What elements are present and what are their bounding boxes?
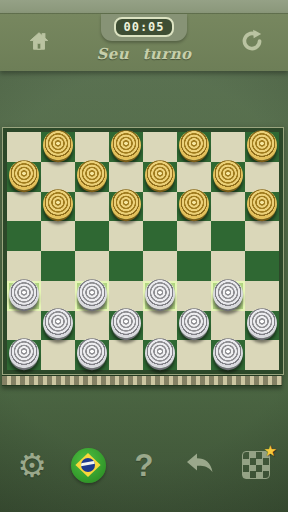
board-square bbox=[109, 340, 143, 370]
gold-piece[interactable] bbox=[247, 190, 277, 220]
board-ledge bbox=[2, 375, 282, 386]
gold-piece[interactable] bbox=[247, 130, 277, 160]
board-square[interactable] bbox=[109, 192, 143, 222]
board-square[interactable] bbox=[7, 281, 41, 311]
gold-piece[interactable] bbox=[179, 130, 209, 160]
board-square[interactable] bbox=[41, 311, 75, 341]
board-square bbox=[109, 221, 143, 251]
board-square[interactable] bbox=[143, 340, 177, 370]
board-square[interactable] bbox=[7, 162, 41, 192]
board-square[interactable] bbox=[177, 311, 211, 341]
board-square bbox=[75, 311, 109, 341]
board-square bbox=[41, 340, 75, 370]
footer-toolbar: ⚙ ? ★ bbox=[0, 438, 288, 492]
silver-piece[interactable] bbox=[77, 279, 107, 309]
game-board bbox=[7, 132, 279, 370]
top-strip bbox=[0, 0, 288, 13]
board-square bbox=[177, 281, 211, 311]
board-square[interactable] bbox=[143, 162, 177, 192]
board-square bbox=[245, 162, 279, 192]
board-square bbox=[75, 192, 109, 222]
board-square bbox=[75, 251, 109, 281]
board-square bbox=[109, 281, 143, 311]
gold-piece[interactable] bbox=[111, 130, 141, 160]
silver-piece[interactable] bbox=[9, 338, 39, 368]
gold-piece[interactable] bbox=[213, 160, 243, 190]
brazil-flag-icon bbox=[71, 448, 106, 483]
board-square[interactable] bbox=[177, 132, 211, 162]
timer-notch: 00:05 bbox=[101, 14, 187, 41]
board-square[interactable] bbox=[211, 221, 245, 251]
board-square bbox=[143, 132, 177, 162]
board-square[interactable] bbox=[41, 251, 75, 281]
silver-piece[interactable] bbox=[145, 338, 175, 368]
board-square bbox=[211, 192, 245, 222]
gold-piece[interactable] bbox=[145, 160, 175, 190]
board-theme-button[interactable]: ★ bbox=[233, 440, 279, 490]
undo-arrow-icon bbox=[184, 451, 216, 480]
board-square bbox=[109, 162, 143, 192]
help-button[interactable]: ? bbox=[121, 440, 167, 490]
board-square bbox=[211, 132, 245, 162]
board-square[interactable] bbox=[41, 132, 75, 162]
board-square[interactable] bbox=[109, 251, 143, 281]
board-square[interactable] bbox=[211, 281, 245, 311]
board-square[interactable] bbox=[109, 311, 143, 341]
silver-piece[interactable] bbox=[213, 338, 243, 368]
board-square bbox=[177, 162, 211, 192]
gold-piece[interactable] bbox=[77, 160, 107, 190]
gold-piece[interactable] bbox=[43, 190, 73, 220]
board-square bbox=[75, 132, 109, 162]
board-square bbox=[143, 192, 177, 222]
silver-piece[interactable] bbox=[213, 279, 243, 309]
gold-piece[interactable] bbox=[179, 190, 209, 220]
board-square[interactable] bbox=[7, 340, 41, 370]
star-icon: ★ bbox=[264, 442, 277, 460]
silver-piece[interactable] bbox=[145, 279, 175, 309]
board-square[interactable] bbox=[143, 281, 177, 311]
gold-piece[interactable] bbox=[111, 190, 141, 220]
silver-piece[interactable] bbox=[43, 309, 73, 339]
silver-piece[interactable] bbox=[77, 338, 107, 368]
gold-piece[interactable] bbox=[43, 130, 73, 160]
board-square bbox=[143, 251, 177, 281]
flag-globe bbox=[81, 458, 95, 472]
board-square[interactable] bbox=[109, 132, 143, 162]
board-square bbox=[41, 221, 75, 251]
gear-icon: ⚙ bbox=[17, 449, 47, 482]
silver-piece[interactable] bbox=[9, 279, 39, 309]
flag-band bbox=[81, 460, 95, 466]
board-square[interactable] bbox=[211, 340, 245, 370]
board-square bbox=[245, 340, 279, 370]
checkerboard-star-icon: ★ bbox=[242, 451, 270, 479]
undo-button[interactable] bbox=[177, 440, 223, 490]
silver-piece[interactable] bbox=[247, 309, 277, 339]
board-square[interactable] bbox=[75, 340, 109, 370]
board-frame bbox=[2, 127, 284, 375]
language-button[interactable] bbox=[65, 440, 111, 490]
board-square bbox=[177, 340, 211, 370]
board-square bbox=[211, 251, 245, 281]
board-square bbox=[7, 192, 41, 222]
header-bar: 00:05 Seu turno bbox=[0, 13, 288, 71]
board-square[interactable] bbox=[143, 221, 177, 251]
board-square bbox=[7, 311, 41, 341]
board-square bbox=[177, 221, 211, 251]
board-square[interactable] bbox=[41, 192, 75, 222]
board-square[interactable] bbox=[7, 221, 41, 251]
question-mark-icon: ? bbox=[135, 450, 154, 481]
game-screen: 00:05 Seu turno ⚙ bbox=[0, 0, 288, 512]
timer: 00:05 bbox=[114, 17, 173, 37]
board-square[interactable] bbox=[211, 162, 245, 192]
board-square bbox=[211, 311, 245, 341]
board-square bbox=[143, 311, 177, 341]
board-square[interactable] bbox=[245, 311, 279, 341]
board-square[interactable] bbox=[75, 162, 109, 192]
board-square bbox=[245, 281, 279, 311]
board-square[interactable] bbox=[75, 281, 109, 311]
silver-piece[interactable] bbox=[179, 309, 209, 339]
gold-piece[interactable] bbox=[9, 160, 39, 190]
board-square[interactable] bbox=[177, 251, 211, 281]
turn-status: Seu turno bbox=[0, 45, 288, 63]
board-square bbox=[41, 281, 75, 311]
silver-piece[interactable] bbox=[111, 309, 141, 339]
board-square[interactable] bbox=[245, 192, 279, 222]
board-square[interactable] bbox=[245, 132, 279, 162]
board-square[interactable] bbox=[177, 192, 211, 222]
board-square bbox=[245, 221, 279, 251]
board-square bbox=[7, 251, 41, 281]
board-square bbox=[7, 132, 41, 162]
board-square[interactable] bbox=[245, 251, 279, 281]
settings-button[interactable]: ⚙ bbox=[9, 440, 55, 490]
board-square[interactable] bbox=[75, 221, 109, 251]
board-square bbox=[41, 162, 75, 192]
